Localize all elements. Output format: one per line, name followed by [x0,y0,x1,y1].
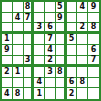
cell-r9c6[interactable] [56,88,67,99]
cell-r6c8[interactable] [77,56,88,67]
cell-r6c7[interactable] [67,56,78,67]
cell-r4c4[interactable] [34,34,45,45]
cell-r4c7[interactable]: 5 [67,34,78,45]
cell-r8c4[interactable]: 4 [34,78,45,89]
cell-r3c2[interactable] [13,23,24,34]
sudoku-board: 8549479362817594632721384684812 [0,0,101,101]
cell-r8c5[interactable] [45,78,56,89]
cell-r3c4[interactable]: 3 [34,23,45,34]
cell-r7c8[interactable] [77,67,88,78]
cell-r8c8[interactable]: 8 [77,78,88,89]
cell-r4c2[interactable] [13,34,24,45]
cell-r9c2[interactable]: 8 [13,88,24,99]
cell-r4c8[interactable] [77,34,88,45]
cell-r2c7[interactable] [67,13,78,24]
cell-r8c1[interactable] [2,78,13,89]
cell-r9c9[interactable] [88,88,99,99]
cell-r9c1[interactable]: 4 [2,88,13,99]
cell-r1c9[interactable]: 9 [88,2,99,13]
cell-r4c6[interactable] [56,34,67,45]
cell-r7c3[interactable] [24,67,35,78]
cell-r2c1[interactable] [2,13,13,24]
cell-r6c4[interactable] [34,56,45,67]
cell-r6c1[interactable] [2,56,13,67]
cell-r1c4[interactable] [34,2,45,13]
cell-r8c3[interactable] [24,78,35,89]
cell-r9c4[interactable]: 1 [34,88,45,99]
cell-r2c2[interactable]: 4 [13,13,24,24]
cell-r3c5[interactable]: 6 [45,23,56,34]
cell-r1c2[interactable] [13,2,24,13]
cell-r7c6[interactable]: 8 [56,67,67,78]
cell-r6c9[interactable]: 7 [88,56,99,67]
cell-r1c3[interactable]: 8 [24,2,35,13]
cell-r5c2[interactable] [13,45,24,56]
cell-r5c6[interactable] [56,45,67,56]
cell-r7c4[interactable] [34,67,45,78]
cell-r1c8[interactable]: 4 [77,2,88,13]
cell-r8c6[interactable] [56,78,67,89]
cell-r6c6[interactable] [56,56,67,67]
cell-r4c9[interactable] [88,34,99,45]
cell-r9c7[interactable]: 2 [67,88,78,99]
cell-r3c9[interactable]: 8 [88,23,99,34]
cell-r1c1[interactable] [2,2,13,13]
cell-r9c5[interactable] [45,88,56,99]
cell-r7c5[interactable]: 3 [45,67,56,78]
cell-r5c8[interactable] [77,45,88,56]
cell-r7c9[interactable] [88,67,99,78]
cell-r4c5[interactable]: 7 [45,34,56,45]
cell-r6c5[interactable]: 2 [45,56,56,67]
cell-r3c3[interactable] [24,23,35,34]
cell-r8c9[interactable] [88,78,99,89]
cell-r8c2[interactable] [13,78,24,89]
cell-r5c7[interactable] [67,45,78,56]
cell-r1c5[interactable] [45,2,56,13]
cell-r7c2[interactable]: 1 [13,67,24,78]
cell-r5c1[interactable]: 9 [2,45,13,56]
cell-r3c7[interactable] [67,23,78,34]
cell-r3c8[interactable]: 2 [77,23,88,34]
cell-r9c8[interactable] [77,88,88,99]
cell-r3c6[interactable] [56,23,67,34]
cell-r2c6[interactable]: 9 [56,13,67,24]
cell-r2c3[interactable]: 7 [24,13,35,24]
cell-r9c3[interactable] [24,88,35,99]
cell-r1c6[interactable]: 5 [56,2,67,13]
cell-r3c1[interactable] [2,23,13,34]
cell-r6c3[interactable]: 3 [24,56,35,67]
cell-r4c3[interactable] [24,34,35,45]
cell-r6c2[interactable] [13,56,24,67]
cell-r1c7[interactable] [67,2,78,13]
cell-r4c1[interactable]: 1 [2,34,13,45]
cell-r8c7[interactable]: 6 [67,78,78,89]
cell-r7c7[interactable] [67,67,78,78]
cell-r5c4[interactable] [34,45,45,56]
cell-r7c1[interactable]: 2 [2,67,13,78]
